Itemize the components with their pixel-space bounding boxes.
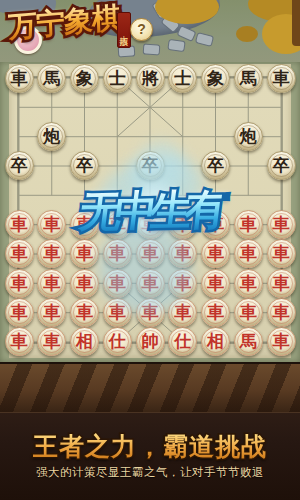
piece-glyph: 炮 [43, 128, 60, 145]
help-icon[interactable]: ? [130, 18, 153, 41]
skill-banner: 无中生有 无中生有 [0, 180, 300, 241]
path-tile [143, 43, 161, 55]
piece-e1[interactable]: 將 [136, 64, 165, 93]
piece-glyph: 馬 [240, 333, 257, 350]
piece-i1[interactable]: 車 [267, 64, 296, 93]
piece-glyph: 馬 [240, 69, 257, 86]
piece-e10[interactable]: 帥 [136, 327, 165, 356]
skill-banner-text: 无中生有 [77, 186, 223, 235]
piece-glyph: 車 [76, 245, 93, 262]
piece-glyph: 車 [174, 304, 191, 321]
piece-glyph: 車 [11, 274, 28, 291]
path-tile [167, 39, 185, 52]
piece-glyph: 卒 [11, 157, 28, 174]
piece-glyph: 車 [273, 274, 290, 291]
piece-glyph: 車 [11, 245, 28, 262]
piece-h9[interactable]: 車 [234, 298, 263, 327]
piece-a4[interactable]: 卒 [5, 151, 34, 180]
piece-glyph: 卒 [76, 157, 93, 174]
piece-glyph: 士 [109, 69, 126, 86]
piece-glyph: 仕 [174, 333, 191, 350]
piece-glyph: 車 [240, 304, 257, 321]
piece-i9[interactable]: 車 [267, 298, 296, 327]
piece-glyph: 馬 [43, 69, 60, 86]
piece-glyph: 車 [207, 245, 224, 262]
piece-f1[interactable]: 士 [168, 64, 197, 93]
piece-glyph: 車 [273, 333, 290, 350]
piece-glyph: 車 [240, 245, 257, 262]
piece-g1[interactable]: 象 [201, 64, 230, 93]
piece-a8[interactable]: 車 [5, 269, 34, 298]
piece-glyph: 帥 [142, 333, 159, 350]
piece-h8[interactable]: 車 [234, 269, 263, 298]
footer-headline: 王者之力，霸道挑战 王者之力，霸道挑战 [0, 430, 300, 463]
piece-glyph: 車 [207, 304, 224, 321]
footer-headline-text: 王者之力，霸道挑战 [33, 432, 267, 460]
edition-ribbon: 大招版 [117, 12, 131, 48]
piece-glyph: 將 [142, 69, 159, 86]
piece-glyph: 卒 [273, 157, 290, 174]
piece-glyph: 相 [76, 333, 93, 350]
piece-d1[interactable]: 士 [103, 64, 132, 93]
piece-glyph: 車 [11, 69, 28, 86]
piece-glyph: 車 [11, 333, 28, 350]
piece-a10[interactable]: 車 [5, 327, 34, 356]
wooden-table [0, 362, 300, 412]
piece-c1[interactable]: 象 [70, 64, 99, 93]
piece-i4[interactable]: 卒 [267, 151, 296, 180]
piece-glyph: 車 [273, 69, 290, 86]
piece-glyph: 車 [43, 274, 60, 291]
piece-i10[interactable]: 車 [267, 327, 296, 356]
piece-glyph: 車 [76, 304, 93, 321]
piece-glyph: 車 [43, 245, 60, 262]
piece-glyph: 象 [207, 69, 224, 86]
piece-glyph: 車 [207, 274, 224, 291]
piece-b8[interactable]: 車 [37, 269, 66, 298]
piece-c8[interactable]: 車 [70, 269, 99, 298]
piece-glyph: 相 [207, 333, 224, 350]
piece-h3[interactable]: 炮 [234, 122, 263, 151]
path-tile [195, 32, 214, 47]
piece-glyph: 卒 [207, 157, 224, 174]
piece-i7[interactable]: 車 [267, 239, 296, 268]
tree-trunk [292, 0, 300, 46]
piece-glyph: 仕 [109, 333, 126, 350]
piece-glyph: 炮 [240, 128, 257, 145]
app-screen: 万宁象棋 万宁象棋 大招版 ? 車馬象士將士象馬車炮炮卒卒卒卒卒車車車車車車車車… [0, 0, 300, 500]
piece-glyph: 車 [273, 245, 290, 262]
piece-g8[interactable]: 車 [201, 269, 230, 298]
piece-glyph: 車 [11, 304, 28, 321]
piece-c9[interactable]: 車 [70, 298, 99, 327]
piece-glyph: 士 [174, 69, 191, 86]
piece-i8[interactable]: 車 [267, 269, 296, 298]
piece-h1[interactable]: 馬 [234, 64, 263, 93]
piece-a9[interactable]: 車 [5, 298, 34, 327]
piece-glyph: 車 [43, 304, 60, 321]
piece-a1[interactable]: 車 [5, 64, 34, 93]
piece-g9[interactable]: 車 [201, 298, 230, 327]
piece-glyph: 車 [43, 333, 60, 350]
piece-glyph: 象 [76, 69, 93, 86]
piece-glyph: 車 [273, 304, 290, 321]
footer-subline: 强大的计策尽显王霸之气，让对手节节败退 [0, 465, 300, 480]
piece-a7[interactable]: 車 [5, 239, 34, 268]
piece-glyph: 車 [76, 274, 93, 291]
piece-glyph: 車 [240, 274, 257, 291]
foliage [236, 26, 258, 42]
piece-b1[interactable]: 馬 [37, 64, 66, 93]
